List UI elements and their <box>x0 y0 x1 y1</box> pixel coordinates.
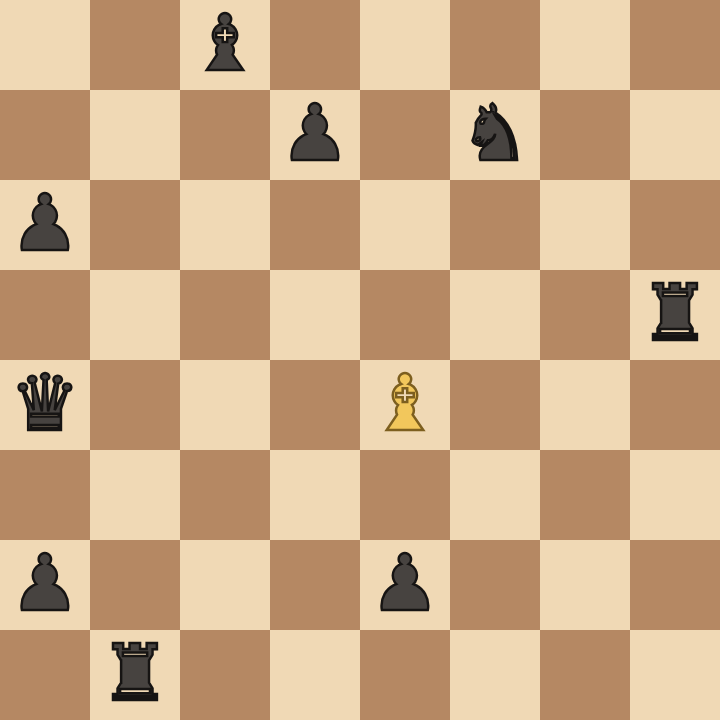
square-e1[interactable] <box>360 630 450 720</box>
square-f7[interactable]: ♞ <box>450 90 540 180</box>
square-d2[interactable] <box>270 540 360 630</box>
square-f1[interactable] <box>450 630 540 720</box>
square-f2[interactable] <box>450 540 540 630</box>
square-a2[interactable]: ♟ <box>0 540 90 630</box>
square-d1[interactable] <box>270 630 360 720</box>
square-a4[interactable]: ♛ <box>0 360 90 450</box>
square-h2[interactable] <box>630 540 720 630</box>
square-b6[interactable] <box>90 180 180 270</box>
square-b3[interactable] <box>90 450 180 540</box>
square-b1[interactable]: ♜ <box>90 630 180 720</box>
square-a3[interactable] <box>0 450 90 540</box>
black-rook-icon[interactable]: ♜ <box>100 628 170 718</box>
black-knight-icon[interactable]: ♞ <box>460 88 530 178</box>
square-g5[interactable] <box>540 270 630 360</box>
square-g4[interactable] <box>540 360 630 450</box>
square-c6[interactable] <box>180 180 270 270</box>
square-e4[interactable]: ♝ <box>360 360 450 450</box>
square-c2[interactable] <box>180 540 270 630</box>
square-g6[interactable] <box>540 180 630 270</box>
square-b7[interactable] <box>90 90 180 180</box>
chess-board: ♝♟♞♟♜♛♝♟♟♜ <box>0 0 720 720</box>
square-d3[interactable] <box>270 450 360 540</box>
black-pawn-icon[interactable]: ♟ <box>10 178 80 268</box>
square-e8[interactable] <box>360 0 450 90</box>
square-f5[interactable] <box>450 270 540 360</box>
black-queen-icon[interactable]: ♛ <box>10 358 80 448</box>
square-c4[interactable] <box>180 360 270 450</box>
square-h4[interactable] <box>630 360 720 450</box>
square-c8[interactable]: ♝ <box>180 0 270 90</box>
square-h3[interactable] <box>630 450 720 540</box>
square-c5[interactable] <box>180 270 270 360</box>
black-rook-icon[interactable]: ♜ <box>640 268 710 358</box>
square-e7[interactable] <box>360 90 450 180</box>
square-e2[interactable]: ♟ <box>360 540 450 630</box>
square-d7[interactable]: ♟ <box>270 90 360 180</box>
square-h8[interactable] <box>630 0 720 90</box>
square-d6[interactable] <box>270 180 360 270</box>
square-g1[interactable] <box>540 630 630 720</box>
square-h6[interactable] <box>630 180 720 270</box>
square-g3[interactable] <box>540 450 630 540</box>
square-c3[interactable] <box>180 450 270 540</box>
square-e5[interactable] <box>360 270 450 360</box>
square-a1[interactable] <box>0 630 90 720</box>
square-h7[interactable] <box>630 90 720 180</box>
square-d8[interactable] <box>270 0 360 90</box>
square-b5[interactable] <box>90 270 180 360</box>
square-d5[interactable] <box>270 270 360 360</box>
square-c7[interactable] <box>180 90 270 180</box>
square-f4[interactable] <box>450 360 540 450</box>
square-c1[interactable] <box>180 630 270 720</box>
black-bishop-icon[interactable]: ♝ <box>190 0 260 88</box>
square-g8[interactable] <box>540 0 630 90</box>
white-bishop-icon[interactable]: ♝ <box>370 358 440 448</box>
square-e3[interactable] <box>360 450 450 540</box>
square-f6[interactable] <box>450 180 540 270</box>
square-a7[interactable] <box>0 90 90 180</box>
square-b4[interactable] <box>90 360 180 450</box>
black-pawn-icon[interactable]: ♟ <box>10 538 80 628</box>
square-e6[interactable] <box>360 180 450 270</box>
square-f3[interactable] <box>450 450 540 540</box>
square-b2[interactable] <box>90 540 180 630</box>
black-pawn-icon[interactable]: ♟ <box>370 538 440 628</box>
black-pawn-icon[interactable]: ♟ <box>280 88 350 178</box>
square-g2[interactable] <box>540 540 630 630</box>
square-a6[interactable]: ♟ <box>0 180 90 270</box>
square-h5[interactable]: ♜ <box>630 270 720 360</box>
square-b8[interactable] <box>90 0 180 90</box>
square-f8[interactable] <box>450 0 540 90</box>
square-d4[interactable] <box>270 360 360 450</box>
square-a5[interactable] <box>0 270 90 360</box>
square-h1[interactable] <box>630 630 720 720</box>
square-a8[interactable] <box>0 0 90 90</box>
square-g7[interactable] <box>540 90 630 180</box>
